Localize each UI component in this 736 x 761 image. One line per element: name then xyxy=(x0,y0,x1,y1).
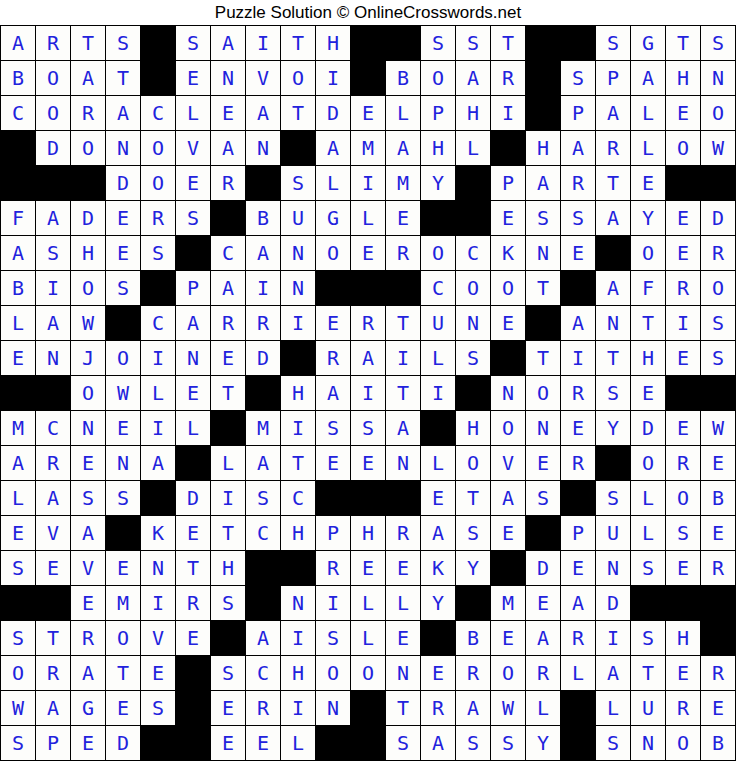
letter-cell-r8c1: B xyxy=(1,271,35,305)
letter-cell-r1c9: T xyxy=(281,26,315,60)
letter-cell-r10c19: H xyxy=(631,341,665,375)
letter-cell-r18c18: I xyxy=(596,621,630,655)
black-cell-r3c16 xyxy=(526,96,560,130)
letter-cell-r5c17: R xyxy=(561,166,595,200)
letter-cell-r12c8: M xyxy=(246,411,280,445)
letter-cell-r4c7: A xyxy=(211,131,245,165)
letter-cell-r10c20: E xyxy=(666,341,700,375)
letter-cell-r20c16: L xyxy=(526,691,560,725)
letter-cell-r21c21: B xyxy=(701,726,735,760)
letter-cell-r14c13: E xyxy=(421,481,455,515)
letter-cell-r12c4: E xyxy=(106,411,140,445)
letter-cell-r3c1: C xyxy=(1,96,35,130)
letter-cell-r3c3: R xyxy=(71,96,105,130)
letter-cell-r1c21: S xyxy=(701,26,735,60)
letter-cell-r14c15: A xyxy=(491,481,525,515)
letter-cell-r13c19: O xyxy=(631,446,665,480)
letter-cell-r13c20: R xyxy=(666,446,700,480)
letter-cell-r6c8: B xyxy=(246,201,280,235)
letter-cell-r3c14: H xyxy=(456,96,490,130)
letter-cell-r10c2: N xyxy=(36,341,70,375)
letter-cell-r20c2: A xyxy=(36,691,70,725)
letter-cell-r6c5: R xyxy=(141,201,175,235)
letter-cell-r2c10: I xyxy=(316,61,350,95)
letter-cell-r14c2: A xyxy=(36,481,70,515)
black-cell-r18c13 xyxy=(421,621,455,655)
letter-cell-r11c12: T xyxy=(386,376,420,410)
black-cell-r9c16 xyxy=(526,306,560,340)
letter-cell-r3c6: L xyxy=(176,96,210,130)
letter-cell-r3c21: O xyxy=(701,96,735,130)
letter-cell-r16c11: E xyxy=(351,551,385,585)
letter-cell-r18c2: T xyxy=(36,621,70,655)
letter-cell-r15c21: E xyxy=(701,516,735,550)
letter-cell-r2c9: O xyxy=(281,61,315,95)
letter-cell-r11c7: T xyxy=(211,376,245,410)
letter-cell-r18c4: O xyxy=(106,621,140,655)
letter-cell-r18c6: E xyxy=(176,621,210,655)
letter-cell-r15c1: E xyxy=(1,516,35,550)
letter-cell-r9c21: S xyxy=(701,306,735,340)
letter-cell-r15c18: U xyxy=(596,516,630,550)
letter-cell-r4c14: L xyxy=(456,131,490,165)
letter-cell-r3c19: L xyxy=(631,96,665,130)
letter-cell-r11c6: E xyxy=(176,376,210,410)
black-cell-r17c8 xyxy=(246,586,280,620)
letter-cell-r21c12: S xyxy=(386,726,420,760)
letter-cell-r7c11: E xyxy=(351,236,385,270)
letter-cell-r19c5: E xyxy=(141,656,175,690)
letter-cell-r16c2: E xyxy=(36,551,70,585)
black-cell-r4c9 xyxy=(281,131,315,165)
letter-cell-r12c18: Y xyxy=(596,411,630,445)
letter-cell-r19c4: T xyxy=(106,656,140,690)
letter-cell-r15c7: T xyxy=(211,516,245,550)
letter-cell-r4c16: H xyxy=(526,131,560,165)
letter-cell-r9c12: T xyxy=(386,306,420,340)
letter-cell-r6c21: D xyxy=(701,201,735,235)
letter-cell-r1c2: R xyxy=(36,26,70,60)
letter-cell-r11c10: A xyxy=(316,376,350,410)
letter-cell-r17c17: A xyxy=(561,586,595,620)
letter-cell-r16c6: T xyxy=(176,551,210,585)
black-cell-r14c11 xyxy=(351,481,385,515)
black-cell-r20c17 xyxy=(561,691,595,725)
black-cell-r16c8 xyxy=(246,551,280,585)
black-cell-r14c5 xyxy=(141,481,175,515)
black-cell-r17c19 xyxy=(631,586,665,620)
black-cell-r15c4 xyxy=(106,516,140,550)
letter-cell-r9c14: N xyxy=(456,306,490,340)
letter-cell-r21c7: E xyxy=(211,726,245,760)
letter-cell-r19c13: E xyxy=(421,656,455,690)
black-cell-r5c21 xyxy=(701,166,735,200)
letter-cell-r2c1: B xyxy=(1,61,35,95)
black-cell-r5c3 xyxy=(71,166,105,200)
letter-cell-r17c10: I xyxy=(316,586,350,620)
letter-cell-r19c16: R xyxy=(526,656,560,690)
black-cell-r13c18 xyxy=(596,446,630,480)
letter-cell-r7c13: O xyxy=(421,236,455,270)
letter-cell-r10c21: S xyxy=(701,341,735,375)
black-cell-r17c2 xyxy=(36,586,70,620)
letter-cell-r21c8: E xyxy=(246,726,280,760)
letter-cell-r9c6: A xyxy=(176,306,210,340)
letter-cell-r10c14: S xyxy=(456,341,490,375)
black-cell-r8c12 xyxy=(386,271,420,305)
letter-cell-r17c15: M xyxy=(491,586,525,620)
title-bar: Puzzle Solution © OnlineCrosswords.net xyxy=(0,0,736,25)
letter-cell-r4c4: N xyxy=(106,131,140,165)
letter-cell-r20c21: E xyxy=(701,691,735,725)
letter-cell-r20c3: G xyxy=(71,691,105,725)
letter-cell-r17c5: I xyxy=(141,586,175,620)
letter-cell-r15c20: S xyxy=(666,516,700,550)
letter-cell-r5c19: E xyxy=(631,166,665,200)
letter-cell-r17c4: M xyxy=(106,586,140,620)
letter-cell-r19c1: O xyxy=(1,656,35,690)
letter-cell-r17c6: R xyxy=(176,586,210,620)
letter-cell-r3c17: P xyxy=(561,96,595,130)
letter-cell-r5c12: M xyxy=(386,166,420,200)
letter-cell-r19c18: A xyxy=(596,656,630,690)
letter-cell-r15c3: A xyxy=(71,516,105,550)
letter-cell-r16c5: N xyxy=(141,551,175,585)
letter-cell-r17c16: E xyxy=(526,586,560,620)
letter-cell-r11c5: L xyxy=(141,376,175,410)
letter-cell-r5c11: I xyxy=(351,166,385,200)
letter-cell-r17c18: D xyxy=(596,586,630,620)
letter-cell-r7c20: E xyxy=(666,236,700,270)
black-cell-r8c10 xyxy=(316,271,350,305)
letter-cell-r9c10: E xyxy=(316,306,350,340)
letter-cell-r13c16: E xyxy=(526,446,560,480)
letter-cell-r10c16: T xyxy=(526,341,560,375)
letter-cell-r12c2: C xyxy=(36,411,70,445)
black-cell-r1c17 xyxy=(561,26,595,60)
letter-cell-r13c4: N xyxy=(106,446,140,480)
letter-cell-r6c6: S xyxy=(176,201,210,235)
letter-cell-r19c9: H xyxy=(281,656,315,690)
letter-cell-r14c6: D xyxy=(176,481,210,515)
letter-cell-r2c13: O xyxy=(421,61,455,95)
letter-cell-r3c15: I xyxy=(491,96,525,130)
black-cell-r1c5 xyxy=(141,26,175,60)
letter-cell-r19c20: E xyxy=(666,656,700,690)
letter-cell-r15c15: E xyxy=(491,516,525,550)
letter-cell-r7c2: S xyxy=(36,236,70,270)
letter-cell-r2c18: P xyxy=(596,61,630,95)
black-cell-r10c9 xyxy=(281,341,315,375)
letter-cell-r21c9: L xyxy=(281,726,315,760)
letter-cell-r18c16: A xyxy=(526,621,560,655)
letter-cell-r4c8: N xyxy=(246,131,280,165)
black-cell-r21c11 xyxy=(351,726,385,760)
letter-cell-r13c5: A xyxy=(141,446,175,480)
letter-cell-r10c18: T xyxy=(596,341,630,375)
black-cell-r12c7 xyxy=(211,411,245,445)
letter-cell-r18c1: S xyxy=(1,621,35,655)
page-title: Puzzle Solution © OnlineCrosswords.net xyxy=(215,3,521,23)
letter-cell-r12c5: I xyxy=(141,411,175,445)
letter-cell-r20c9: I xyxy=(281,691,315,725)
letter-cell-r19c19: T xyxy=(631,656,665,690)
letter-cell-r5c6: E xyxy=(176,166,210,200)
letter-cell-r1c18: S xyxy=(596,26,630,60)
letter-cell-r9c15: E xyxy=(491,306,525,340)
letter-cell-r4c3: O xyxy=(71,131,105,165)
letter-cell-r7c8: A xyxy=(246,236,280,270)
letter-cell-r18c9: I xyxy=(281,621,315,655)
letter-cell-r14c18: S xyxy=(596,481,630,515)
letter-cell-r12c14: H xyxy=(456,411,490,445)
black-cell-r17c21 xyxy=(701,586,735,620)
black-cell-r21c17 xyxy=(561,726,595,760)
letter-cell-r8c19: F xyxy=(631,271,665,305)
letter-cell-r7c9: N xyxy=(281,236,315,270)
letter-cell-r5c9: S xyxy=(281,166,315,200)
letter-cell-r5c10: L xyxy=(316,166,350,200)
letter-cell-r10c17: I xyxy=(561,341,595,375)
black-cell-r11c14 xyxy=(456,376,490,410)
letter-cell-r15c8: C xyxy=(246,516,280,550)
letter-cell-r18c14: B xyxy=(456,621,490,655)
letter-cell-r16c20: E xyxy=(666,551,700,585)
letter-cell-r18c19: S xyxy=(631,621,665,655)
letter-cell-r9c1: L xyxy=(1,306,35,340)
letter-cell-r16c14: Y xyxy=(456,551,490,585)
letter-cell-r11c3: O xyxy=(71,376,105,410)
letter-cell-r9c9: I xyxy=(281,306,315,340)
letter-cell-r1c7: A xyxy=(211,26,245,60)
black-cell-r4c15 xyxy=(491,131,525,165)
letter-cell-r3c2: O xyxy=(36,96,70,130)
letter-cell-r10c10: R xyxy=(316,341,350,375)
black-cell-r18c7 xyxy=(211,621,245,655)
letter-cell-r15c14: S xyxy=(456,516,490,550)
letter-cell-r21c3: E xyxy=(71,726,105,760)
letter-cell-r2c15: R xyxy=(491,61,525,95)
black-cell-r6c13 xyxy=(421,201,455,235)
letter-cell-r7c4: E xyxy=(106,236,140,270)
letter-cell-r1c3: T xyxy=(71,26,105,60)
letter-cell-r15c11: H xyxy=(351,516,385,550)
letter-cell-r1c6: S xyxy=(176,26,210,60)
letter-cell-r16c16: D xyxy=(526,551,560,585)
letter-cell-r21c4: D xyxy=(106,726,140,760)
letter-cell-r14c14: T xyxy=(456,481,490,515)
letter-cell-r6c17: S xyxy=(561,201,595,235)
letter-cell-r10c1: E xyxy=(1,341,35,375)
letter-cell-r1c15: T xyxy=(491,26,525,60)
letter-cell-r1c14: S xyxy=(456,26,490,60)
letter-cell-r7c17: E xyxy=(561,236,595,270)
letter-cell-r12c6: L xyxy=(176,411,210,445)
letter-cell-r2c12: B xyxy=(386,61,420,95)
letter-cell-r20c18: L xyxy=(596,691,630,725)
letter-cell-r19c15: O xyxy=(491,656,525,690)
letter-cell-r11c15: N xyxy=(491,376,525,410)
letter-cell-r13c12: N xyxy=(386,446,420,480)
letter-cell-r19c17: L xyxy=(561,656,595,690)
letter-cell-r16c18: N xyxy=(596,551,630,585)
black-cell-r5c2 xyxy=(36,166,70,200)
letter-cell-r8c16: T xyxy=(526,271,560,305)
letter-cell-r20c10: N xyxy=(316,691,350,725)
letter-cell-r13c10: E xyxy=(316,446,350,480)
black-cell-r5c1 xyxy=(1,166,35,200)
letter-cell-r4c12: A xyxy=(386,131,420,165)
letter-cell-r11c16: O xyxy=(526,376,560,410)
letter-cell-r10c5: I xyxy=(141,341,175,375)
black-cell-r19c6 xyxy=(176,656,210,690)
letter-cell-r3c7: E xyxy=(211,96,245,130)
letter-cell-r9c19: T xyxy=(631,306,665,340)
letter-cell-r13c11: E xyxy=(351,446,385,480)
letter-cell-r5c16: A xyxy=(526,166,560,200)
letter-cell-r10c7: E xyxy=(211,341,245,375)
black-cell-r16c9 xyxy=(281,551,315,585)
letter-cell-r8c14: O xyxy=(456,271,490,305)
letter-cell-r13c3: E xyxy=(71,446,105,480)
letter-cell-r3c4: A xyxy=(106,96,140,130)
letter-cell-r7c12: R xyxy=(386,236,420,270)
black-cell-r4c1 xyxy=(1,131,35,165)
letter-cell-r4c11: M xyxy=(351,131,385,165)
letter-cell-r13c8: A xyxy=(246,446,280,480)
crossword-grid: ARTSSAITHSSTSGTSBOATENVOIBOARSPAHNCORACL… xyxy=(0,25,736,761)
black-cell-r5c8 xyxy=(246,166,280,200)
letter-cell-r13c7: L xyxy=(211,446,245,480)
letter-cell-r20c7: E xyxy=(211,691,245,725)
letter-cell-r3c11: E xyxy=(351,96,385,130)
letter-cell-r5c4: D xyxy=(106,166,140,200)
black-cell-r14c10 xyxy=(316,481,350,515)
black-cell-r6c14 xyxy=(456,201,490,235)
black-cell-r20c6 xyxy=(176,691,210,725)
black-cell-r17c14 xyxy=(456,586,490,620)
black-cell-r7c6 xyxy=(176,236,210,270)
letter-cell-r12c11: S xyxy=(351,411,385,445)
letter-cell-r10c6: N xyxy=(176,341,210,375)
letter-cell-r14c1: L xyxy=(1,481,35,515)
letter-cell-r2c7: N xyxy=(211,61,245,95)
black-cell-r15c16 xyxy=(526,516,560,550)
letter-cell-r19c21: R xyxy=(701,656,735,690)
letter-cell-r20c15: W xyxy=(491,691,525,725)
letter-cell-r14c19: L xyxy=(631,481,665,515)
letter-cell-r15c19: L xyxy=(631,516,665,550)
letter-cell-r11c11: I xyxy=(351,376,385,410)
letter-cell-r14c7: I xyxy=(211,481,245,515)
letter-cell-r13c14: O xyxy=(456,446,490,480)
letter-cell-r3c8: A xyxy=(246,96,280,130)
letter-cell-r12c16: N xyxy=(526,411,560,445)
letter-cell-r2c19: A xyxy=(631,61,665,95)
black-cell-r2c11 xyxy=(351,61,385,95)
black-cell-r13c6 xyxy=(176,446,210,480)
letter-cell-r14c20: O xyxy=(666,481,700,515)
letter-cell-r4c6: V xyxy=(176,131,210,165)
black-cell-r21c5 xyxy=(141,726,175,760)
letter-cell-r12c19: D xyxy=(631,411,665,445)
letter-cell-r17c9: N xyxy=(281,586,315,620)
letter-cell-r6c2: A xyxy=(36,201,70,235)
black-cell-r11c2 xyxy=(36,376,70,410)
letter-cell-r9c17: A xyxy=(561,306,595,340)
letter-cell-r16c10: R xyxy=(316,551,350,585)
letter-cell-r13c9: T xyxy=(281,446,315,480)
letter-cell-r15c10: P xyxy=(316,516,350,550)
letter-cell-r8c21: O xyxy=(701,271,735,305)
letter-cell-r15c2: V xyxy=(36,516,70,550)
letter-cell-r7c10: O xyxy=(316,236,350,270)
letter-cell-r14c16: S xyxy=(526,481,560,515)
letter-cell-r5c7: R xyxy=(211,166,245,200)
letter-cell-r9c2: A xyxy=(36,306,70,340)
letter-cell-r7c15: K xyxy=(491,236,525,270)
letter-cell-r7c21: R xyxy=(701,236,735,270)
letter-cell-r15c6: E xyxy=(176,516,210,550)
black-cell-r10c15 xyxy=(491,341,525,375)
letter-cell-r3c12: L xyxy=(386,96,420,130)
letter-cell-r9c11: R xyxy=(351,306,385,340)
black-cell-r8c5 xyxy=(141,271,175,305)
letter-cell-r6c20: E xyxy=(666,201,700,235)
letter-cell-r19c10: O xyxy=(316,656,350,690)
letter-cell-r13c15: V xyxy=(491,446,525,480)
letter-cell-r16c1: S xyxy=(1,551,35,585)
letter-cell-r4c20: O xyxy=(666,131,700,165)
letter-cell-r20c19: U xyxy=(631,691,665,725)
black-cell-r21c6 xyxy=(176,726,210,760)
letter-cell-r4c10: A xyxy=(316,131,350,165)
black-cell-r14c17 xyxy=(561,481,595,515)
letter-cell-r6c4: E xyxy=(106,201,140,235)
black-cell-r11c1 xyxy=(1,376,35,410)
letter-cell-r8c18: A xyxy=(596,271,630,305)
letter-cell-r12c10: S xyxy=(316,411,350,445)
black-cell-r20c11 xyxy=(351,691,385,725)
letter-cell-r7c14: C xyxy=(456,236,490,270)
letter-cell-r15c13: A xyxy=(421,516,455,550)
letter-cell-r18c15: E xyxy=(491,621,525,655)
letter-cell-r4c18: R xyxy=(596,131,630,165)
letter-cell-r4c13: H xyxy=(421,131,455,165)
letter-cell-r12c1: M xyxy=(1,411,35,445)
letter-cell-r2c6: E xyxy=(176,61,210,95)
letter-cell-r16c12: E xyxy=(386,551,420,585)
letter-cell-r15c9: H xyxy=(281,516,315,550)
black-cell-r1c11 xyxy=(351,26,385,60)
letter-cell-r18c8: A xyxy=(246,621,280,655)
letter-cell-r4c5: O xyxy=(141,131,175,165)
letter-cell-r7c1: A xyxy=(1,236,35,270)
letter-cell-r3c13: P xyxy=(421,96,455,130)
letter-cell-r8c4: S xyxy=(106,271,140,305)
letter-cell-r9c20: I xyxy=(666,306,700,340)
letter-cell-r16c17: E xyxy=(561,551,595,585)
letter-cell-r10c13: L xyxy=(421,341,455,375)
letter-cell-r14c21: B xyxy=(701,481,735,515)
letter-cell-r18c5: V xyxy=(141,621,175,655)
letter-cell-r18c20: H xyxy=(666,621,700,655)
letter-cell-r14c9: C xyxy=(281,481,315,515)
letter-cell-r11c9: H xyxy=(281,376,315,410)
letter-cell-r6c10: G xyxy=(316,201,350,235)
letter-cell-r12c3: N xyxy=(71,411,105,445)
letter-cell-r11c13: I xyxy=(421,376,455,410)
